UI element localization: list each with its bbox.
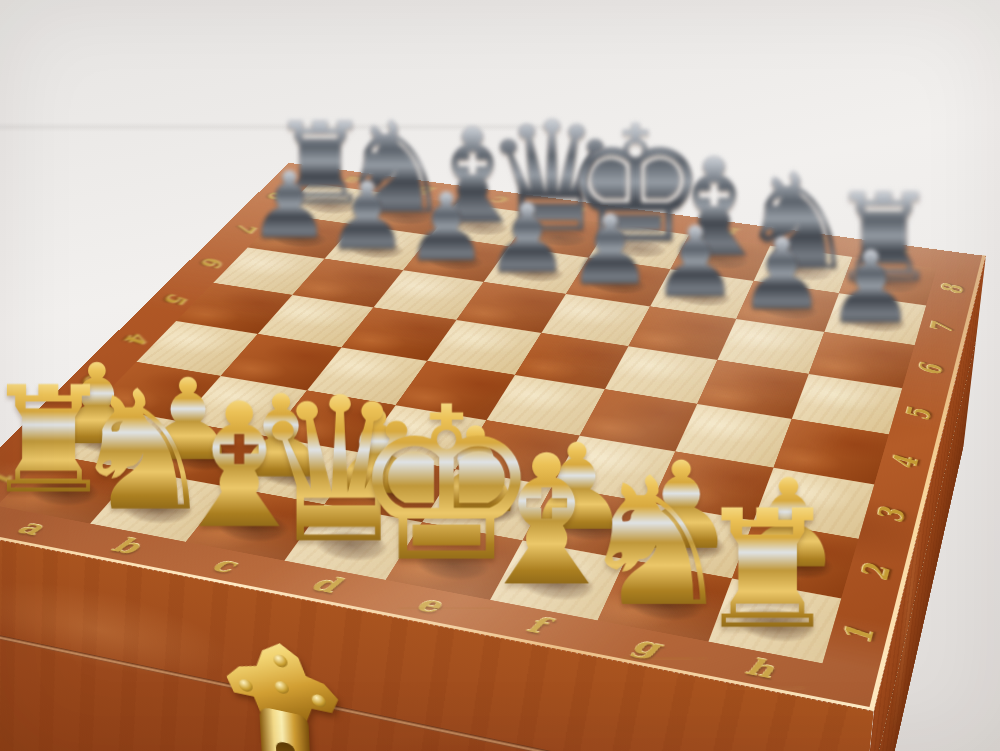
rank-label-left-5: 5 xyxy=(157,292,195,305)
file-label-front-h: h xyxy=(742,653,778,684)
scene: aabbccddeeffgghh1122334455667788♜♜♞♞♝♝♛♛… xyxy=(0,0,1000,751)
chess-board: aabbccddeeffgghh1122334455667788♜♜♞♞♝♝♛♛… xyxy=(0,163,986,712)
file-label-front-b: b xyxy=(106,533,146,559)
rank-label-right-6: 6 xyxy=(912,362,950,377)
rank-label-right-5: 5 xyxy=(899,406,938,422)
piece-white-R-h1[interactable]: ♜♜ xyxy=(708,579,841,664)
black-P-glyph: ♟ xyxy=(797,242,945,334)
file-label-front-e: e xyxy=(411,590,446,618)
rank-label-right-4: 4 xyxy=(885,454,926,471)
file-label-front-c: c xyxy=(206,552,242,578)
square-g5[interactable] xyxy=(697,360,809,419)
white-R-glyph: ♜ xyxy=(673,495,862,645)
photo-frame: aabbccddeeffgghh1122334455667788♜♜♞♞♝♝♛♛… xyxy=(0,0,1000,751)
file-label-front-d: d xyxy=(306,571,344,598)
file-label-front-a: a xyxy=(11,515,50,540)
file-label-front-g: g xyxy=(628,631,664,661)
rank-label-left-6: 6 xyxy=(194,256,231,268)
file-label-front-f: f xyxy=(522,611,549,638)
